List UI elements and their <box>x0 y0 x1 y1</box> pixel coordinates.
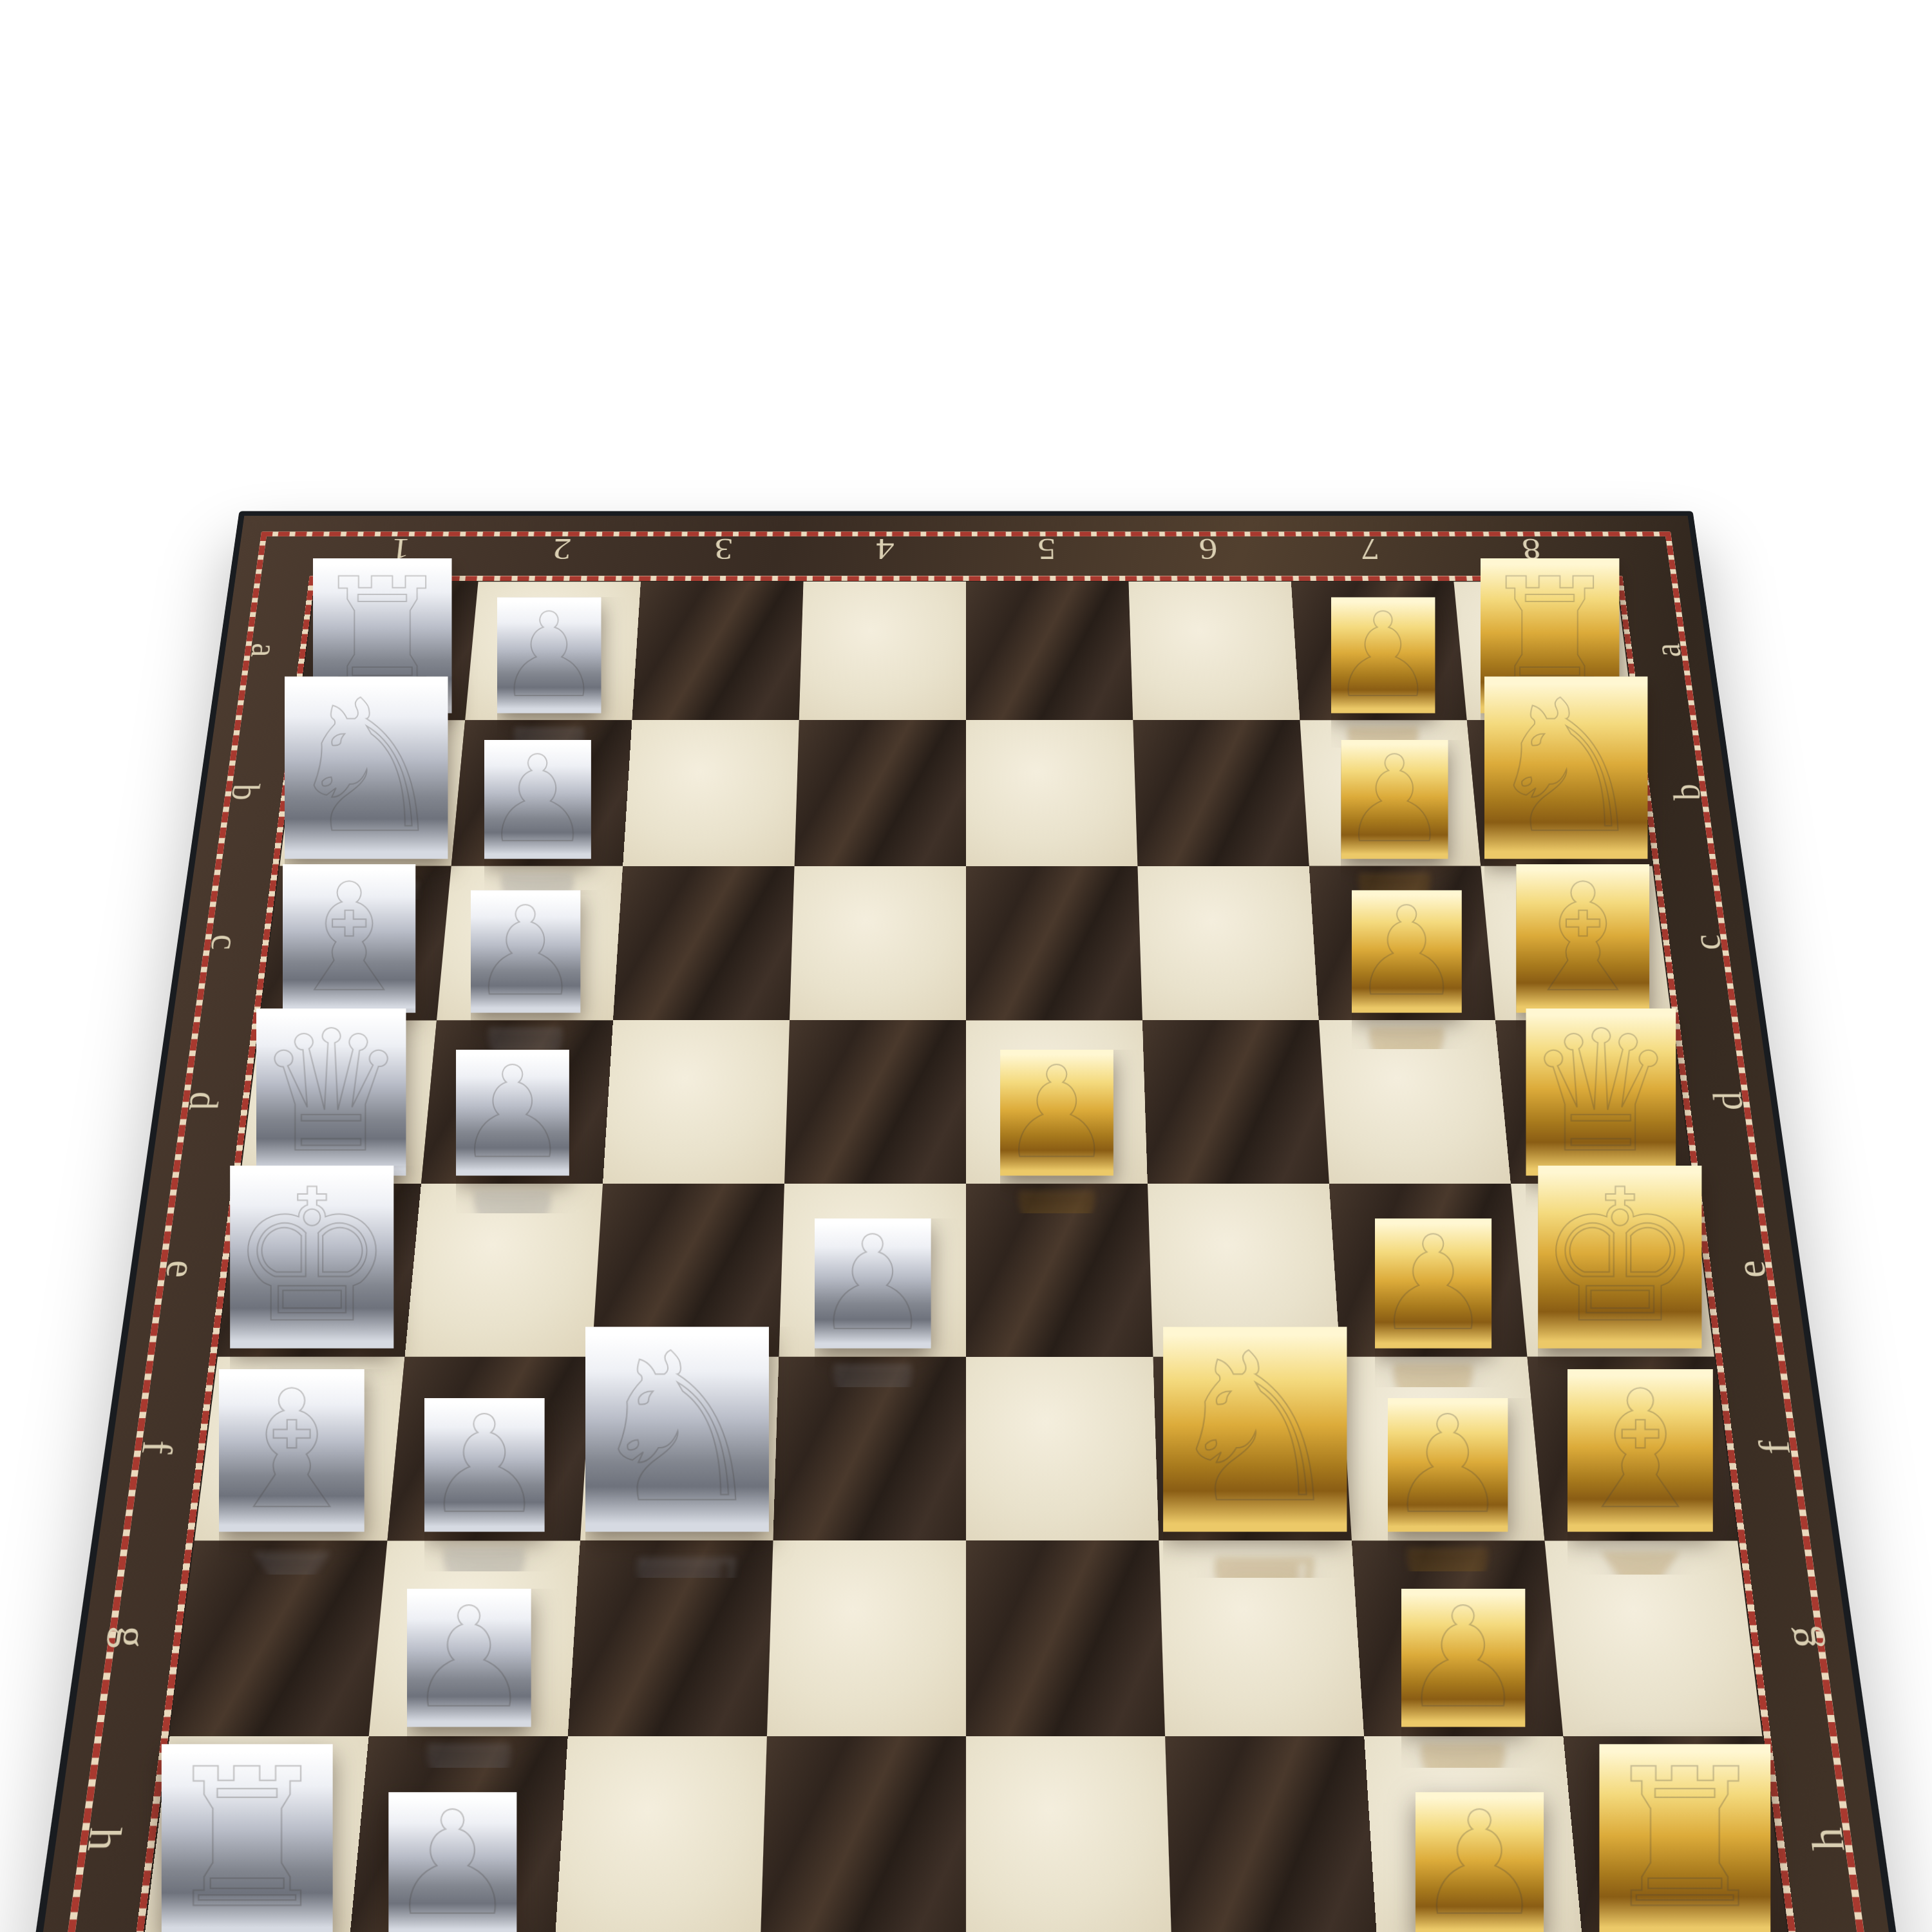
square-f8: ♝ <box>1527 1357 1738 1541</box>
piece-black-pawn-f7: ♟ <box>1388 1397 1508 1531</box>
file-label-right-b: b <box>1663 784 1710 800</box>
piece-black-king-e8: ♚ <box>1538 1166 1702 1349</box>
square-g4 <box>767 1540 966 1736</box>
square-g5 <box>966 1540 1165 1736</box>
piece-white-bishop-c1: ♝ <box>283 864 416 1013</box>
square-g1 <box>170 1540 388 1736</box>
square-g7: ♟ <box>1352 1540 1563 1736</box>
square-f2: ♟ <box>387 1357 592 1541</box>
square-c3 <box>613 866 795 1021</box>
rank-labels-back: 12345678 <box>317 529 1615 569</box>
file-label-left-e: e <box>156 1260 207 1278</box>
rank-label-back-7: 7 <box>1359 531 1381 566</box>
piece-black-pawn-a7: ♟ <box>1331 597 1435 713</box>
file-label-left-a: a <box>241 643 287 658</box>
piece-black-pawn-g7: ♟ <box>1401 1589 1525 1727</box>
piece-black-bishop-f8: ♝ <box>1567 1369 1713 1531</box>
square-h2: ♟ <box>349 1736 568 1932</box>
piece-white-rook-h1: ♜ <box>162 1744 333 1932</box>
square-f3: ♞ <box>580 1357 779 1541</box>
square-a4 <box>799 582 966 720</box>
piece-black-knight-f6: ♞ <box>1163 1327 1347 1531</box>
square-g8 <box>1545 1540 1763 1736</box>
piece-white-pawn-e4: ♟ <box>815 1218 931 1349</box>
piece-black-pawn-c7: ♟ <box>1352 890 1462 1012</box>
square-d5: ♟ <box>966 1020 1148 1184</box>
piece-black-pawn-e7: ♟ <box>1375 1218 1492 1349</box>
square-c2: ♟ <box>437 866 623 1021</box>
rank-label-back-6: 6 <box>1198 531 1218 566</box>
file-label-right-c: c <box>1683 934 1731 950</box>
square-h8: ♜ <box>1563 1736 1788 1932</box>
piece-black-rook-h8: ♜ <box>1599 1744 1770 1932</box>
square-e7: ♟ <box>1329 1184 1527 1357</box>
file-label-right-g: g <box>1774 1626 1828 1648</box>
rank-label-back-4: 4 <box>876 531 895 566</box>
file-label-right-f: f <box>1749 1441 1801 1455</box>
square-a3 <box>632 582 803 720</box>
file-label-left-d: d <box>179 1092 229 1110</box>
square-g6 <box>1159 1540 1365 1736</box>
square-d3 <box>603 1020 790 1184</box>
piece-black-knight-b8: ♞ <box>1484 676 1648 858</box>
piece-black-pawn-h7: ♟ <box>1416 1792 1544 1932</box>
piece-white-pawn-b2: ♟ <box>484 740 591 859</box>
square-c4 <box>790 866 966 1021</box>
chess-board: 12345678 12345678 abcdefgh abcdefgh ♜♟♟♜… <box>17 511 1915 1932</box>
square-c7: ♟ <box>1309 866 1495 1021</box>
piece-black-pawn-d5: ♟ <box>1000 1050 1113 1176</box>
square-b5 <box>966 720 1137 866</box>
square-h6 <box>1165 1736 1378 1932</box>
square-e1: ♚ <box>218 1184 421 1357</box>
square-b3 <box>623 720 799 866</box>
square-c5 <box>966 866 1142 1021</box>
square-h5 <box>966 1736 1171 1932</box>
square-f5 <box>966 1357 1159 1541</box>
square-b2: ♟ <box>451 720 632 866</box>
square-d4 <box>784 1020 966 1184</box>
square-h1: ♜ <box>144 1736 369 1932</box>
board-grid: ♜♟♟♜♞♟♟♞♝♟♟♝♛♟♟♛♚♟♟♚♝♟♞♞♟♝♟♟♜♟♟♜ <box>144 582 1789 1932</box>
square-d7 <box>1319 1020 1511 1184</box>
file-label-left-b: b <box>222 784 269 800</box>
piece-white-bishop-f1: ♝ <box>219 1369 365 1531</box>
piece-white-pawn-a2: ♟ <box>497 597 601 713</box>
square-e2 <box>405 1184 603 1357</box>
square-f7: ♟ <box>1340 1357 1545 1541</box>
file-label-right-a: a <box>1645 643 1690 658</box>
square-e8: ♚ <box>1511 1184 1714 1357</box>
file-label-left-f: f <box>131 1441 183 1455</box>
photo-scene: 12345678 12345678 abcdefgh abcdefgh ♜♟♟♜… <box>0 0 1932 1932</box>
piece-black-bishop-c8: ♝ <box>1516 864 1649 1013</box>
piece-white-pawn-g2: ♟ <box>407 1589 531 1727</box>
square-b7: ♟ <box>1300 720 1481 866</box>
piece-white-pawn-c2: ♟ <box>471 890 581 1012</box>
square-g3 <box>568 1540 773 1736</box>
square-c6 <box>1137 866 1319 1021</box>
rank-label-back-3: 3 <box>714 531 734 566</box>
square-b1: ♞ <box>279 720 465 866</box>
square-d2: ♟ <box>421 1020 613 1184</box>
file-label-left-g: g <box>104 1626 158 1648</box>
square-b4 <box>795 720 966 866</box>
file-label-right-h: h <box>1799 1827 1855 1851</box>
square-b6 <box>1133 720 1309 866</box>
square-a5 <box>966 582 1133 720</box>
square-e4: ♟ <box>779 1184 966 1357</box>
square-h7: ♟ <box>1364 1736 1583 1932</box>
file-label-left-h: h <box>76 1827 132 1851</box>
piece-white-pawn-f2: ♟ <box>424 1397 544 1531</box>
square-g2: ♟ <box>369 1540 580 1736</box>
piece-black-pawn-b7: ♟ <box>1341 740 1448 859</box>
rank-label-back-5: 5 <box>1037 531 1056 566</box>
file-label-right-e: e <box>1726 1260 1777 1278</box>
square-b8: ♞ <box>1467 720 1653 866</box>
square-f6: ♞ <box>1153 1357 1352 1541</box>
piece-white-king-e1: ♚ <box>230 1166 394 1349</box>
piece-white-knight-b1: ♞ <box>285 676 448 858</box>
square-a2: ♟ <box>465 582 641 720</box>
square-e5 <box>966 1184 1153 1357</box>
piece-white-pawn-d2: ♟ <box>456 1050 569 1176</box>
rank-label-back-2: 2 <box>551 531 573 566</box>
file-label-left-c: c <box>201 934 249 950</box>
square-d6 <box>1142 1020 1329 1184</box>
square-a7: ♟ <box>1291 582 1467 720</box>
file-label-right-d: d <box>1703 1092 1753 1110</box>
square-h4 <box>761 1736 966 1932</box>
piece-white-pawn-h2: ♟ <box>388 1792 516 1932</box>
square-h3 <box>554 1736 767 1932</box>
piece-white-knight-f3: ♞ <box>585 1327 769 1531</box>
square-a6 <box>1128 582 1300 720</box>
square-f1: ♝ <box>194 1357 405 1541</box>
square-f4 <box>773 1357 966 1541</box>
